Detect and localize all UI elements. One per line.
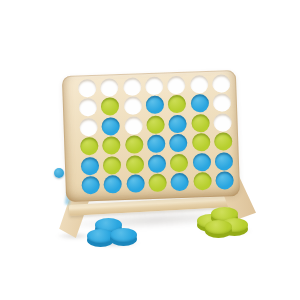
green-disc-face <box>205 220 232 234</box>
blue-disc-r6c1 <box>81 176 100 195</box>
empty-hole-r3c7 <box>213 113 232 132</box>
green-disc-r4c1 <box>80 137 99 156</box>
loose-green-disc <box>205 220 232 238</box>
blue-disc-r5c1 <box>81 156 100 175</box>
green-disc-r3c4 <box>146 115 165 134</box>
empty-hole-r2c7 <box>212 94 231 113</box>
blue-disc-r3c2 <box>102 117 121 136</box>
blue-disc-r5c4 <box>148 154 167 173</box>
green-disc-r6c6 <box>193 172 212 191</box>
blue-disc-r4c4 <box>147 135 166 154</box>
empty-hole-r1c1 <box>78 79 97 98</box>
empty-hole-r1c5 <box>167 76 186 95</box>
hole-grid <box>62 70 236 76</box>
empty-hole-r1c4 <box>145 77 164 96</box>
green-disc-r4c2 <box>102 136 121 155</box>
green-disc-r6c4 <box>148 173 167 192</box>
empty-hole-r3c3 <box>124 116 143 135</box>
blue-disc-r6c2 <box>104 175 123 194</box>
blue-disc-r6c7 <box>215 171 234 190</box>
green-disc-r4c3 <box>125 135 144 154</box>
green-disc-r5c5 <box>170 153 189 172</box>
green-disc-r4c6 <box>191 133 210 152</box>
empty-hole-r2c3 <box>123 97 142 116</box>
green-disc-r5c2 <box>103 156 122 175</box>
empty-hole-r1c7 <box>212 74 231 93</box>
empty-hole-r2c1 <box>79 98 98 117</box>
empty-hole-r1c6 <box>189 75 208 94</box>
blue-disc-r6c5 <box>171 173 190 192</box>
empty-hole-r1c3 <box>123 77 142 96</box>
green-disc-r3c6 <box>191 114 210 133</box>
connect-four-product-photo <box>0 0 300 300</box>
blue-disc-r6c3 <box>126 174 145 193</box>
blue-disc-r2c6 <box>190 94 209 113</box>
green-disc-r2c2 <box>101 97 120 116</box>
connect-four-board <box>62 70 240 202</box>
blue-disc-face <box>110 228 137 242</box>
blue-disc-r3c5 <box>168 115 187 134</box>
green-disc-r5c3 <box>125 155 144 174</box>
blue-disc-r5c6 <box>192 153 211 172</box>
green-disc-r2c5 <box>168 95 187 114</box>
empty-hole-r1c2 <box>100 78 119 97</box>
blue-disc-r2c4 <box>146 96 165 115</box>
blue-disc-r4c5 <box>169 134 188 153</box>
side-knob <box>54 168 64 178</box>
green-disc-r4c7 <box>214 132 233 151</box>
empty-hole-r3c1 <box>79 118 98 137</box>
loose-blue-disc <box>110 228 137 246</box>
blue-disc-r5c7 <box>214 152 233 171</box>
